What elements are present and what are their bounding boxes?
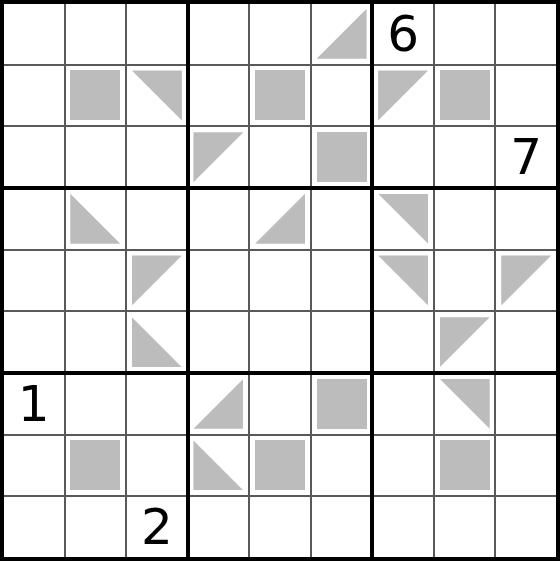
- cell-r8c4[interactable]: [189, 436, 249, 496]
- cell-r5c7[interactable]: [373, 251, 433, 311]
- cell-r5c4[interactable]: [189, 251, 249, 311]
- cell-r8c3[interactable]: [127, 436, 187, 496]
- cell-r2c2[interactable]: [66, 66, 126, 126]
- cell-r1c7[interactable]: 6: [373, 4, 433, 64]
- cell-r6c4[interactable]: [189, 312, 249, 372]
- cell-r6c3[interactable]: [127, 312, 187, 372]
- cell-r6c8[interactable]: [435, 312, 495, 372]
- cell-r3c8[interactable]: [435, 127, 495, 187]
- cell-r9c1[interactable]: [4, 497, 64, 557]
- shaded-square: [70, 440, 120, 490]
- cell-r1c8[interactable]: [435, 4, 495, 64]
- shaded-square: [255, 440, 305, 490]
- cell-r2c5[interactable]: [250, 66, 310, 126]
- box-border-line: [186, 4, 190, 557]
- given-digit: 6: [387, 9, 419, 59]
- cell-r2c8[interactable]: [435, 66, 495, 126]
- cell-r5c9[interactable]: [496, 251, 556, 311]
- cell-r1c4[interactable]: [189, 4, 249, 64]
- cell-r8c8[interactable]: [435, 436, 495, 496]
- cell-r5c3[interactable]: [127, 251, 187, 311]
- cell-r4c1[interactable]: [4, 189, 64, 249]
- cell-r7c5[interactable]: [250, 374, 310, 434]
- cell-r8c9[interactable]: [496, 436, 556, 496]
- cell-r9c5[interactable]: [250, 497, 310, 557]
- cell-r5c2[interactable]: [66, 251, 126, 311]
- triangle-upper-left: [132, 255, 182, 305]
- cell-r8c5[interactable]: [250, 436, 310, 496]
- triangle-upper-left: [501, 255, 551, 305]
- cell-r1c6[interactable]: [312, 4, 372, 64]
- shaded-square: [317, 379, 367, 429]
- shaded-square: [317, 132, 367, 182]
- cell-r8c1[interactable]: [4, 436, 64, 496]
- cell-r9c2[interactable]: [66, 497, 126, 557]
- cell-r3c3[interactable]: [127, 127, 187, 187]
- cell-r2c7[interactable]: [373, 66, 433, 126]
- cell-r3c2[interactable]: [66, 127, 126, 187]
- cell-r7c1[interactable]: 1: [4, 374, 64, 434]
- cell-r1c5[interactable]: [250, 4, 310, 64]
- cell-r9c3[interactable]: 2: [127, 497, 187, 557]
- cell-r3c6[interactable]: [312, 127, 372, 187]
- cell-r9c9[interactable]: [496, 497, 556, 557]
- cell-r3c4[interactable]: [189, 127, 249, 187]
- cell-r3c9[interactable]: 7: [496, 127, 556, 187]
- cell-r5c8[interactable]: [435, 251, 495, 311]
- cell-r2c4[interactable]: [189, 66, 249, 126]
- given-digit: 2: [141, 502, 173, 552]
- box-border-line: [4, 371, 556, 375]
- cell-r4c7[interactable]: [373, 189, 433, 249]
- cell-r2c9[interactable]: [496, 66, 556, 126]
- shaded-square: [255, 70, 305, 120]
- shaded-square: [440, 70, 490, 120]
- shaded-square: [70, 70, 120, 120]
- cell-r7c4[interactable]: [189, 374, 249, 434]
- cell-r4c5[interactable]: [250, 189, 310, 249]
- triangle-lower-left: [132, 317, 182, 367]
- cell-r6c9[interactable]: [496, 312, 556, 372]
- cell-r4c3[interactable]: [127, 189, 187, 249]
- cell-r8c7[interactable]: [373, 436, 433, 496]
- cell-r4c6[interactable]: [312, 189, 372, 249]
- triangle-upper-right: [440, 379, 490, 429]
- cell-r6c1[interactable]: [4, 312, 64, 372]
- cell-r3c7[interactable]: [373, 127, 433, 187]
- cell-r7c8[interactable]: [435, 374, 495, 434]
- cell-r3c5[interactable]: [250, 127, 310, 187]
- triangle-lower-right: [317, 9, 367, 59]
- cell-r9c7[interactable]: [373, 497, 433, 557]
- puzzle-stage: 6712: [0, 0, 560, 561]
- puzzle-board: 6712: [0, 0, 560, 561]
- cell-r9c6[interactable]: [312, 497, 372, 557]
- cell-r2c3[interactable]: [127, 66, 187, 126]
- cell-r6c7[interactable]: [373, 312, 433, 372]
- cell-r6c6[interactable]: [312, 312, 372, 372]
- box-border-line: [4, 186, 556, 190]
- cell-r6c5[interactable]: [250, 312, 310, 372]
- triangle-lower-left: [193, 440, 243, 490]
- given-digit: 1: [18, 379, 50, 429]
- triangle-lower-right: [193, 379, 243, 429]
- cell-r7c9[interactable]: [496, 374, 556, 434]
- triangle-upper-left: [193, 132, 243, 182]
- cell-r1c1[interactable]: [4, 4, 64, 64]
- given-digit: 7: [510, 132, 542, 182]
- cell-r4c4[interactable]: [189, 189, 249, 249]
- shaded-square: [440, 440, 490, 490]
- cell-r2c1[interactable]: [4, 66, 64, 126]
- cell-r1c2[interactable]: [66, 4, 126, 64]
- cell-r3c1[interactable]: [4, 127, 64, 187]
- cell-r5c5[interactable]: [250, 251, 310, 311]
- triangle-upper-left: [378, 70, 428, 120]
- box-border-line: [370, 4, 374, 557]
- cell-r9c8[interactable]: [435, 497, 495, 557]
- cell-r7c3[interactable]: [127, 374, 187, 434]
- cell-r7c7[interactable]: [373, 374, 433, 434]
- cell-r5c1[interactable]: [4, 251, 64, 311]
- cell-r6c2[interactable]: [66, 312, 126, 372]
- cell-r4c2[interactable]: [66, 189, 126, 249]
- triangle-lower-left: [70, 194, 120, 244]
- cell-r1c3[interactable]: [127, 4, 187, 64]
- cell-r7c6[interactable]: [312, 374, 372, 434]
- triangle-lower-right: [255, 194, 305, 244]
- triangle-upper-right: [378, 255, 428, 305]
- cell-r5c6[interactable]: [312, 251, 372, 311]
- cell-r9c4[interactable]: [189, 497, 249, 557]
- triangle-upper-left: [440, 317, 490, 367]
- triangle-upper-right: [132, 70, 182, 120]
- cell-r2c6[interactable]: [312, 66, 372, 126]
- cell-r4c8[interactable]: [435, 189, 495, 249]
- cell-r1c9[interactable]: [496, 4, 556, 64]
- cell-r7c2[interactable]: [66, 374, 126, 434]
- triangle-upper-right: [378, 194, 428, 244]
- cell-r4c9[interactable]: [496, 189, 556, 249]
- cell-r8c2[interactable]: [66, 436, 126, 496]
- cell-r8c6[interactable]: [312, 436, 372, 496]
